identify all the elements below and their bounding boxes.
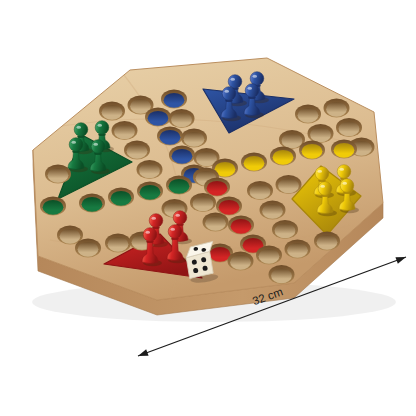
hole-red xyxy=(216,197,242,216)
hole-neutral xyxy=(105,234,131,253)
hole-yellow xyxy=(241,153,267,172)
hole-neutral xyxy=(169,109,195,128)
board-scene: 32 cm xyxy=(0,0,416,416)
hole-red xyxy=(204,178,230,197)
hole-neutral xyxy=(256,246,282,265)
hole-neutral xyxy=(269,265,295,284)
hole-green xyxy=(40,197,66,216)
hole-blue xyxy=(145,108,171,127)
hole-neutral xyxy=(260,201,286,220)
hole-blue xyxy=(161,90,187,109)
hole-neutral xyxy=(276,175,302,194)
hole-red xyxy=(228,216,254,235)
hole-neutral xyxy=(112,121,138,140)
hole-yellow xyxy=(331,140,357,159)
hole-neutral xyxy=(75,239,101,258)
hole-green xyxy=(79,194,105,213)
board xyxy=(32,58,396,322)
hole-neutral xyxy=(203,213,229,232)
hole-neutral xyxy=(336,118,362,137)
hole-neutral xyxy=(247,181,273,200)
hole-neutral xyxy=(190,193,216,212)
hole-neutral xyxy=(137,160,163,179)
hole-blue xyxy=(169,146,195,165)
arrowhead xyxy=(138,349,149,356)
hole-neutral xyxy=(308,124,334,143)
product-photo: 32 cm xyxy=(0,0,416,416)
hole-neutral xyxy=(314,232,340,251)
hole-blue xyxy=(157,127,183,146)
hole-neutral xyxy=(324,99,350,118)
hole-neutral xyxy=(228,252,254,271)
hole-green xyxy=(137,182,163,201)
hole-neutral xyxy=(99,102,125,121)
hole-green xyxy=(108,188,134,207)
hole-green xyxy=(166,176,192,195)
hole-yellow xyxy=(299,141,325,160)
hole-neutral xyxy=(285,240,311,259)
hole-neutral xyxy=(181,129,207,148)
hole-neutral xyxy=(124,141,150,160)
hole-neutral xyxy=(295,105,321,124)
hole-neutral xyxy=(272,220,298,239)
hole-yellow xyxy=(270,147,296,166)
hole-neutral xyxy=(45,165,71,184)
arrowhead xyxy=(395,257,406,264)
